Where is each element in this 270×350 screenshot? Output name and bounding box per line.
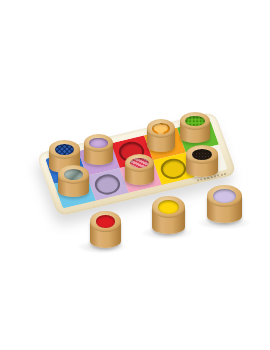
pot-rim (186, 145, 218, 164)
pot-lilac-smooth[interactable] (207, 185, 242, 223)
pot-top-orange-bumps-texture (152, 123, 170, 134)
pot-black-fuzzy[interactable] (186, 145, 218, 177)
pot-top-lilac-smooth (213, 189, 235, 202)
pot-top-green-dimples-texture (185, 116, 204, 127)
pot-rim (84, 134, 113, 152)
pot-green-dimples[interactable] (180, 112, 210, 143)
pot-top-black-fuzzy-texture (192, 149, 212, 160)
pot-rim (125, 154, 154, 172)
pot-rim (180, 112, 210, 130)
pot-rim (147, 119, 175, 138)
pot-rim (152, 196, 185, 218)
pot-rim (207, 185, 242, 207)
product-photo-stage (0, 0, 270, 350)
pot-top-yellow-felt (158, 200, 179, 213)
pot-top-purple-fabric-texture (89, 138, 108, 149)
pot-purple-fabric[interactable] (84, 134, 113, 165)
pot-orange-bumps[interactable] (147, 119, 175, 152)
pot-mirror[interactable] (58, 165, 89, 197)
pot-top-mirror (64, 169, 84, 180)
pot-top-pink-waves-texture (130, 158, 149, 169)
pot-pink-waves[interactable] (125, 154, 154, 185)
pot-yellow-felt[interactable] (152, 196, 185, 234)
pot-rim (58, 165, 89, 184)
pot-red-felt[interactable] (90, 211, 121, 248)
pot-top-red-felt (96, 215, 116, 228)
pot-top-blue-waffle-texture (55, 144, 75, 155)
empty-recess (158, 156, 189, 181)
empty-recess (92, 172, 123, 197)
pot-rim (49, 140, 80, 159)
